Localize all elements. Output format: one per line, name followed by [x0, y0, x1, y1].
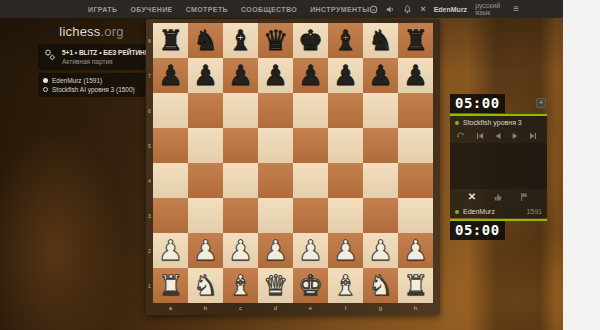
top-navbar: ИГРАТЬОБУЧЕНИЕСМОТРЕТЬСООБЩЕСТВОИНСТРУМЕ…	[0, 0, 563, 18]
piece-white-pawn: ♟	[403, 233, 428, 268]
nav-item-играть[interactable]: ИГРАТЬ	[88, 6, 117, 13]
square-d4[interactable]	[258, 163, 293, 198]
player-row: EdenMurz 1591	[450, 205, 547, 218]
abort-icon[interactable]: ✕	[468, 192, 476, 202]
game-info-box: 5+1 • BLITZ • БЕЗ РЕЙТИНГА Активная парт…	[38, 44, 145, 70]
square-g4[interactable]	[363, 163, 398, 198]
square-b4[interactable]	[188, 163, 223, 198]
square-f1[interactable]: ♝	[328, 268, 363, 303]
piece-black-pawn: ♟	[333, 58, 358, 93]
piece-black-bishop: ♝	[333, 23, 358, 58]
square-a4[interactable]	[153, 163, 188, 198]
piece-white-pawn: ♟	[228, 233, 253, 268]
chess-board[interactable]: 87654321 ♜♞♝♛♚♝♞♜♟♟♟♟♟♟♟♟♟♟♟♟♟♟♟♟♜♞♝♛♚♝♞…	[146, 19, 440, 315]
square-h1[interactable]: ♜	[398, 268, 433, 303]
square-f7[interactable]: ♟	[328, 58, 363, 93]
square-b7[interactable]: ♟	[188, 58, 223, 93]
nav-item-обучение[interactable]: ОБУЧЕНИЕ	[130, 6, 172, 13]
square-a2[interactable]: ♟	[153, 233, 188, 268]
square-c5[interactable]	[223, 128, 258, 163]
square-a7[interactable]: ♟	[153, 58, 188, 93]
game-info-text: 5+1 • BLITZ • БЕЗ РЕЙТИНГА Активная парт…	[62, 49, 153, 65]
language-selector[interactable]: русский язык	[475, 2, 505, 16]
menu-icon[interactable]: ≡	[513, 4, 519, 14]
piece-black-knight: ♞	[193, 23, 218, 58]
square-e3[interactable]	[293, 198, 328, 233]
square-d3[interactable]	[258, 198, 293, 233]
square-c1[interactable]: ♝	[223, 268, 258, 303]
square-b8[interactable]: ♞	[188, 23, 223, 58]
square-e1[interactable]: ♚	[293, 268, 328, 303]
square-c4[interactable]	[223, 163, 258, 198]
piece-black-pawn: ♟	[193, 58, 218, 93]
piece-white-knight: ♞	[368, 268, 393, 303]
square-c3[interactable]	[223, 198, 258, 233]
piece-black-pawn: ♟	[158, 58, 183, 93]
resign-flag-icon[interactable]	[520, 192, 529, 202]
piece-black-king: ♚	[298, 23, 323, 58]
left-sidebar: lichess.org 5+1 • BLITZ • БЕЗ РЕЙТИНГА	[38, 24, 145, 97]
player-clock: 05:00	[450, 221, 505, 240]
lichess-app: ИГРАТЬОБУЧЕНИЕСМОТРЕТЬСООБЩЕСТВОИНСТРУМЕ…	[0, 0, 600, 330]
square-f4[interactable]	[328, 163, 363, 198]
piece-white-pawn: ♟	[193, 233, 218, 268]
piece-black-rook: ♜	[403, 23, 428, 58]
first-move-icon[interactable]	[475, 131, 485, 140]
square-g6[interactable]	[363, 93, 398, 128]
flip-board-icon[interactable]	[455, 131, 465, 140]
white-player-row[interactable]: EdenMurz (1591)	[43, 76, 140, 85]
square-e4[interactable]	[293, 163, 328, 198]
square-f8[interactable]: ♝	[328, 23, 363, 58]
square-f5[interactable]	[328, 128, 363, 163]
square-a6[interactable]	[153, 93, 188, 128]
piece-black-pawn: ♟	[298, 58, 323, 93]
piece-white-pawn: ♟	[263, 233, 288, 268]
square-d6[interactable]	[258, 93, 293, 128]
nav-item-сообщество[interactable]: СООБЩЕСТВО	[241, 6, 297, 13]
square-h2[interactable]: ♟	[398, 233, 433, 268]
piece-white-bishop: ♝	[228, 268, 253, 303]
square-b5[interactable]	[188, 128, 223, 163]
square-c7[interactable]: ♟	[223, 58, 258, 93]
square-d1[interactable]: ♛	[258, 268, 293, 303]
game-info-subtitle: Активная партия	[62, 58, 153, 65]
square-e5[interactable]	[293, 128, 328, 163]
add-time-button[interactable]: +	[536, 98, 546, 108]
square-a1[interactable]: ♜	[153, 268, 188, 303]
file-coordinates: abcdefgh	[153, 304, 433, 313]
square-b6[interactable]	[188, 93, 223, 128]
bell-icon[interactable]	[403, 4, 412, 14]
spectator-count: 0	[450, 243, 547, 249]
square-e8[interactable]: ♚	[293, 23, 328, 58]
square-d8[interactable]: ♛	[258, 23, 293, 58]
logo-suffix: .org	[100, 24, 123, 39]
players-box: EdenMurz (1591) Stockfish AI уровня 3 (1…	[38, 73, 145, 97]
piece-white-pawn: ♟	[158, 233, 183, 268]
piece-white-knight: ♞	[193, 268, 218, 303]
square-a3[interactable]	[153, 198, 188, 233]
square-h8[interactable]: ♜	[398, 23, 433, 58]
opponent-row: Stockfish уровня 3	[450, 116, 547, 129]
piece-white-pawn: ♟	[298, 233, 323, 268]
square-h3[interactable]	[398, 198, 433, 233]
square-b1[interactable]: ♞	[188, 268, 223, 303]
square-b2[interactable]: ♟	[188, 233, 223, 268]
piece-black-knight: ♞	[368, 23, 393, 58]
square-g1[interactable]: ♞	[363, 268, 398, 303]
move-nav-group	[471, 131, 542, 140]
piece-white-king: ♚	[298, 268, 323, 303]
player-clock-row: 05:00	[450, 221, 547, 240]
rank-coordinates: 87654321	[146, 23, 153, 303]
piece-black-pawn: ♟	[403, 58, 428, 93]
move-controls	[450, 129, 547, 143]
nav-menu: ИГРАТЬОБУЧЕНИЕСМОТРЕТЬСООБЩЕСТВОИНСТРУМЕ…	[88, 6, 369, 13]
square-a8[interactable]: ♜	[153, 23, 188, 58]
square-f3[interactable]	[328, 198, 363, 233]
page-gutter	[563, 0, 600, 330]
next-move-icon[interactable]	[510, 131, 520, 140]
square-g3[interactable]	[363, 198, 398, 233]
piece-white-queen: ♛	[263, 268, 288, 303]
square-d7[interactable]: ♟	[258, 58, 293, 93]
opponent-clock: 05:00	[450, 94, 505, 113]
draw-offer-icon[interactable]	[493, 192, 503, 202]
navbar-right: × EdenMurz русский язык ≡	[369, 2, 519, 16]
piece-white-bishop: ♝	[333, 268, 358, 303]
black-player-row: Stockfish AI уровня 3 (1500)	[43, 85, 140, 94]
square-g5[interactable]	[363, 128, 398, 163]
player-name: EdenMurz	[463, 208, 495, 215]
white-disc-icon	[43, 78, 48, 83]
square-c6[interactable]	[223, 93, 258, 128]
logo-main: lichess	[59, 24, 100, 39]
square-g2[interactable]: ♟	[363, 233, 398, 268]
site-logo[interactable]: lichess.org	[38, 24, 145, 39]
square-h5[interactable]	[398, 128, 433, 163]
white-player-label: EdenMurz (1591)	[52, 76, 102, 85]
piece-white-rook: ♜	[403, 268, 428, 303]
nav-item-смотреть[interactable]: СМОТРЕТЬ	[186, 6, 228, 13]
game-actions: ✕	[450, 189, 547, 205]
square-a5[interactable]	[153, 128, 188, 163]
square-c8[interactable]: ♝	[223, 23, 258, 58]
square-e2[interactable]: ♟	[293, 233, 328, 268]
game-panel: 05:00 + Stockfish уровня 3	[450, 94, 547, 249]
piece-black-pawn: ♟	[228, 58, 253, 93]
piece-black-pawn: ♟	[263, 58, 288, 93]
piece-white-pawn: ♟	[333, 233, 358, 268]
panel-body: Stockfish уровня 3	[450, 116, 547, 218]
sound-icon[interactable]	[386, 4, 395, 14]
gear-icon	[43, 48, 57, 66]
piece-black-rook: ♜	[158, 23, 183, 58]
page-background: ИГРАТЬОБУЧЕНИЕСМОТРЕТЬСООБЩЕСТВОИНСТРУМЕ…	[0, 0, 563, 330]
square-c2[interactable]: ♟	[223, 233, 258, 268]
nav-item-инструменты[interactable]: ИНСТРУМЕНТЫ	[310, 6, 369, 13]
challenge-icon[interactable]: ×	[420, 4, 425, 14]
piece-white-rook: ♜	[158, 268, 183, 303]
prev-move-icon[interactable]	[493, 131, 503, 140]
game-info-title: 5+1 • BLITZ • БЕЗ РЕЙТИНГА	[62, 49, 153, 56]
move-list[interactable]	[450, 143, 547, 189]
piece-black-pawn: ♟	[368, 58, 393, 93]
black-disc-icon	[43, 87, 48, 92]
piece-black-queen: ♛	[263, 23, 288, 58]
opponent-clock-row: 05:00 +	[450, 94, 547, 113]
online-dot-icon	[455, 210, 459, 214]
last-move-icon[interactable]	[528, 131, 538, 140]
square-d5[interactable]	[258, 128, 293, 163]
square-h7[interactable]: ♟	[398, 58, 433, 93]
helmet-icon[interactable]	[369, 4, 378, 14]
square-g8[interactable]: ♞	[363, 23, 398, 58]
square-f2[interactable]: ♟	[328, 233, 363, 268]
piece-black-bishop: ♝	[228, 23, 253, 58]
square-e6[interactable]	[293, 93, 328, 128]
player-rating: 1591	[526, 208, 542, 215]
square-e7[interactable]: ♟	[293, 58, 328, 93]
online-dot-icon	[455, 121, 459, 125]
square-f6[interactable]	[328, 93, 363, 128]
square-b3[interactable]	[188, 198, 223, 233]
square-h4[interactable]	[398, 163, 433, 198]
username[interactable]: EdenMurz	[434, 6, 467, 13]
piece-white-pawn: ♟	[368, 233, 393, 268]
black-player-label: Stockfish AI уровня 3 (1500)	[52, 85, 135, 94]
opponent-name: Stockfish уровня 3	[463, 119, 522, 126]
square-d2[interactable]: ♟	[258, 233, 293, 268]
square-g7[interactable]: ♟	[363, 58, 398, 93]
board-grid[interactable]: ♜♞♝♛♚♝♞♜♟♟♟♟♟♟♟♟♟♟♟♟♟♟♟♟♜♞♝♛♚♝♞♜	[153, 23, 433, 303]
square-h6[interactable]	[398, 93, 433, 128]
